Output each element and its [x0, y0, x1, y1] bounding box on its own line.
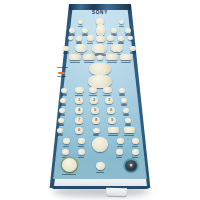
lower-r2-button-2: [78, 149, 85, 155]
button-label-print: [78, 157, 84, 159]
button-label-print: [132, 146, 138, 148]
rocker-lower: [88, 75, 112, 88]
digit-0: 0: [75, 127, 83, 134]
button-label-print: [96, 172, 104, 174]
lower-r2-button-1: [62, 149, 69, 155]
top-left-button: [78, 20, 83, 24]
button-label-print: [121, 62, 132, 64]
button-label-print: [78, 26, 83, 28]
digit-2: 2: [90, 97, 98, 104]
button-label-print: [63, 52, 68, 54]
top-right-button: [119, 20, 124, 24]
button-label-print: [57, 134, 62, 136]
nav-far-left-button: [69, 28, 75, 33]
buttons-layer: 1234567890▾: [0, 0, 200, 200]
button-label-print: [125, 124, 130, 126]
button-label-print: [58, 124, 63, 126]
grid-r1-side-left: [61, 88, 67, 93]
button-label-print: [108, 135, 118, 137]
bottom-trim-strip: [54, 179, 147, 186]
lower-r1-button-3: [117, 138, 124, 144]
button-label-print: [87, 43, 93, 45]
button-label-print: [89, 95, 96, 97]
bottom-center-button: [96, 162, 105, 170]
button-label-print: [124, 135, 134, 137]
side-label-print: [57, 67, 68, 68]
grid-r4-side-left: [58, 118, 64, 123]
button-label-print: [132, 157, 138, 159]
preset-rect-2: [83, 54, 95, 60]
lower-r1-button-1: [63, 138, 70, 144]
digit-1: 1: [75, 97, 83, 104]
grid-r1-button-3: [103, 87, 112, 93]
row3-button-4: [96, 36, 105, 42]
button-label-print: [61, 94, 66, 96]
orange-indicator-mark: [58, 72, 65, 74]
button-label-print: [119, 26, 124, 28]
grid-r5-button: [93, 128, 100, 133]
battery-cover-foot: [106, 188, 127, 198]
preset-rect-4: [120, 54, 132, 60]
digit-3: 3: [105, 97, 113, 104]
button-label-print: [130, 52, 135, 54]
bottom-edge-line: [52, 186, 149, 189]
button-label-print: [93, 134, 99, 136]
row3-button-1: [68, 36, 73, 40]
grid-r5-side-left: [57, 128, 63, 133]
digit-4: 4: [75, 107, 83, 114]
side-label-print: [57, 76, 66, 77]
button-label-print: [70, 62, 81, 64]
digit-8: 8: [92, 117, 100, 124]
bottom-left-big-button: [62, 158, 77, 172]
lower-r1-button-2: [78, 138, 85, 144]
row4-button-4: [111, 44, 123, 52]
button-label-print: [103, 95, 111, 97]
button-label-print: [63, 146, 69, 148]
button-label-print: [60, 104, 65, 106]
row4-button-2: [75, 44, 87, 52]
button-label-print: [117, 146, 123, 148]
row3-button-7: [128, 36, 133, 40]
button-label-print: [62, 174, 76, 176]
button-label-print: [59, 114, 64, 116]
row4-button-5: [130, 46, 136, 51]
button-label-print: [123, 114, 128, 116]
lower-r2-button-3: [116, 149, 123, 155]
preset-rect-3: [106, 54, 118, 60]
button-label-print: [119, 94, 124, 96]
rocker-upper: [89, 63, 111, 75]
button-label-print: [116, 157, 122, 159]
grid-r2-side-left: [60, 98, 66, 103]
grid-r2-side-right: [121, 98, 127, 103]
grid-r1-button-1: [75, 87, 84, 93]
nav-center-rocker: [96, 24, 105, 36]
button-label-print: [75, 95, 83, 97]
nav-far-right-button: [125, 28, 131, 33]
row3-button-3: [87, 35, 94, 41]
grid-r4-side-right: [125, 118, 131, 123]
digit-9: 9: [108, 117, 116, 124]
bottom-right-dark-button: ▾: [125, 160, 137, 171]
button-label-print: [107, 62, 118, 64]
lower-center-big-button: [92, 137, 108, 152]
row3-button-5: [107, 35, 114, 41]
digit-7: 7: [75, 117, 83, 124]
preset-rect-1: [69, 54, 81, 60]
button-label-print: [121, 104, 126, 106]
row4-button-1: [63, 46, 69, 51]
lower-r1-button-4: [132, 138, 139, 144]
nav-left-button: [82, 28, 88, 33]
row3-button-2: [76, 36, 82, 41]
nav-right-button: [111, 28, 117, 33]
row3-button-6: [118, 36, 124, 41]
grid-r3-side-right: [123, 108, 129, 113]
row4-button-3: [92, 44, 107, 53]
grid-r5-rect-1: [108, 127, 119, 133]
digit-6: 6: [107, 107, 115, 114]
remote-control-photo: SONY 1234567890▾: [0, 0, 200, 200]
button-label-print: [78, 146, 84, 148]
digit-5: 5: [91, 107, 99, 114]
grid-r1-side-right: [119, 88, 125, 93]
preset-center-button: [97, 55, 103, 60]
grid-r5-rect-2: [124, 127, 135, 133]
grid-r3-side-left: [59, 108, 65, 113]
grid-r1-button-2: [89, 87, 97, 93]
lower-r2-button-4: [132, 149, 139, 155]
